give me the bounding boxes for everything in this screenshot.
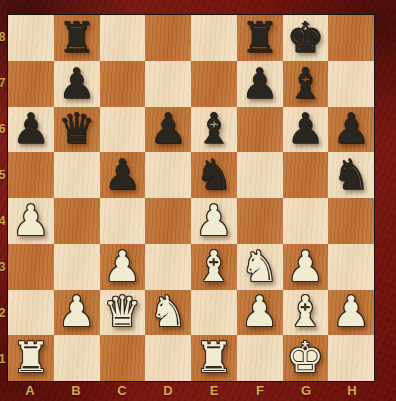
- square-h6[interactable]: ♟: [328, 107, 374, 153]
- file-labels: A B C D E F G H: [7, 382, 375, 400]
- rank-label-7: 7: [0, 60, 7, 106]
- black-pawn[interactable]: ♟: [12, 108, 50, 150]
- square-e7[interactable]: [191, 61, 237, 107]
- black-knight[interactable]: ♞: [195, 154, 233, 196]
- square-h8[interactable]: [328, 15, 374, 61]
- square-a5[interactable]: [8, 152, 54, 198]
- square-c1[interactable]: [100, 335, 146, 381]
- black-bishop[interactable]: ♝: [287, 63, 325, 105]
- rank-label-1: 1: [0, 336, 7, 382]
- square-d1[interactable]: [145, 335, 191, 381]
- square-e1[interactable]: ♜: [191, 335, 237, 381]
- black-queen[interactable]: ♛: [58, 108, 96, 150]
- square-d4[interactable]: [145, 198, 191, 244]
- white-bishop[interactable]: ♝: [287, 291, 325, 333]
- square-a2[interactable]: [8, 290, 54, 336]
- black-rook[interactable]: ♜: [58, 17, 96, 59]
- square-g8[interactable]: ♚: [283, 15, 329, 61]
- chess-board: ♜♜♚♟♟♝♟♛♟♝♟♟♟♞♞♟♟♟♝♞♟♟♛♞♟♝♟♜♜♚: [7, 14, 375, 382]
- file-label-a: A: [7, 382, 53, 400]
- square-c6[interactable]: [100, 107, 146, 153]
- square-c5[interactable]: ♟: [100, 152, 146, 198]
- black-pawn[interactable]: ♟: [58, 63, 96, 105]
- square-f7[interactable]: ♟: [237, 61, 283, 107]
- square-e3[interactable]: ♝: [191, 244, 237, 290]
- square-g4[interactable]: [283, 198, 329, 244]
- square-e8[interactable]: [191, 15, 237, 61]
- square-a4[interactable]: ♟: [8, 198, 54, 244]
- square-f4[interactable]: [237, 198, 283, 244]
- square-b5[interactable]: [54, 152, 100, 198]
- black-knight[interactable]: ♞: [332, 154, 370, 196]
- rank-label-4: 4: [0, 198, 7, 244]
- file-label-h: H: [329, 382, 375, 400]
- white-knight[interactable]: ♞: [149, 291, 187, 333]
- square-d6[interactable]: ♟: [145, 107, 191, 153]
- square-c3[interactable]: ♟: [100, 244, 146, 290]
- white-knight[interactable]: ♞: [241, 246, 279, 288]
- white-king[interactable]: ♚: [287, 337, 325, 379]
- square-g2[interactable]: ♝: [283, 290, 329, 336]
- square-e2[interactable]: [191, 290, 237, 336]
- square-g6[interactable]: ♟: [283, 107, 329, 153]
- square-f1[interactable]: [237, 335, 283, 381]
- square-c8[interactable]: [100, 15, 146, 61]
- white-pawn[interactable]: ♟: [195, 200, 233, 242]
- rank-label-3: 3: [0, 244, 7, 290]
- white-bishop[interactable]: ♝: [195, 246, 233, 288]
- black-king[interactable]: ♚: [287, 17, 325, 59]
- file-label-d: D: [145, 382, 191, 400]
- square-g1[interactable]: ♚: [283, 335, 329, 381]
- square-d7[interactable]: [145, 61, 191, 107]
- square-e4[interactable]: ♟: [191, 198, 237, 244]
- file-label-c: C: [99, 382, 145, 400]
- square-h5[interactable]: ♞: [328, 152, 374, 198]
- rank-label-2: 2: [0, 290, 7, 336]
- black-bishop[interactable]: ♝: [195, 108, 233, 150]
- square-f5[interactable]: [237, 152, 283, 198]
- square-d8[interactable]: [145, 15, 191, 61]
- file-label-e: E: [191, 382, 237, 400]
- square-a7[interactable]: [8, 61, 54, 107]
- square-g5[interactable]: [283, 152, 329, 198]
- white-rook[interactable]: ♜: [12, 337, 50, 379]
- square-d3[interactable]: [145, 244, 191, 290]
- black-pawn[interactable]: ♟: [104, 154, 142, 196]
- square-e6[interactable]: ♝: [191, 107, 237, 153]
- square-h3[interactable]: [328, 244, 374, 290]
- rank-label-8: 8: [0, 14, 7, 60]
- square-d5[interactable]: [145, 152, 191, 198]
- square-h7[interactable]: [328, 61, 374, 107]
- square-b1[interactable]: [54, 335, 100, 381]
- white-pawn[interactable]: ♟: [241, 291, 279, 333]
- square-g3[interactable]: ♟: [283, 244, 329, 290]
- square-e5[interactable]: ♞: [191, 152, 237, 198]
- square-c7[interactable]: [100, 61, 146, 107]
- file-label-b: B: [53, 382, 99, 400]
- square-a1[interactable]: ♜: [8, 335, 54, 381]
- rank-label-6: 6: [0, 106, 7, 152]
- square-h4[interactable]: [328, 198, 374, 244]
- square-f2[interactable]: ♟: [237, 290, 283, 336]
- square-g7[interactable]: ♝: [283, 61, 329, 107]
- square-b4[interactable]: [54, 198, 100, 244]
- square-b2[interactable]: ♟: [54, 290, 100, 336]
- square-b8[interactable]: ♜: [54, 15, 100, 61]
- chess-app-window: ♜♜♚♟♟♝♟♛♟♝♟♟♟♞♞♟♟♟♝♞♟♟♛♞♟♝♟♜♜♚ 8 7 6 5 4…: [0, 0, 396, 401]
- rank-label-5: 5: [0, 152, 7, 198]
- white-pawn[interactable]: ♟: [332, 291, 370, 333]
- square-d2[interactable]: ♞: [145, 290, 191, 336]
- square-c2[interactable]: ♛: [100, 290, 146, 336]
- white-pawn[interactable]: ♟: [104, 246, 142, 288]
- white-rook[interactable]: ♜: [195, 337, 233, 379]
- white-pawn[interactable]: ♟: [12, 200, 50, 242]
- black-pawn[interactable]: ♟: [287, 108, 325, 150]
- square-h2[interactable]: ♟: [328, 290, 374, 336]
- square-b3[interactable]: [54, 244, 100, 290]
- square-f6[interactable]: [237, 107, 283, 153]
- square-h1[interactable]: [328, 335, 374, 381]
- black-rook[interactable]: ♜: [241, 17, 279, 59]
- square-a6[interactable]: ♟: [8, 107, 54, 153]
- square-f3[interactable]: ♞: [237, 244, 283, 290]
- black-pawn[interactable]: ♟: [241, 63, 279, 105]
- square-b6[interactable]: ♛: [54, 107, 100, 153]
- rank-labels: 8 7 6 5 4 3 2 1: [0, 14, 7, 382]
- white-queen[interactable]: ♛: [104, 291, 142, 333]
- square-a3[interactable]: [8, 244, 54, 290]
- square-c4[interactable]: [100, 198, 146, 244]
- black-pawn[interactable]: ♟: [149, 108, 187, 150]
- white-pawn[interactable]: ♟: [58, 291, 96, 333]
- file-label-f: F: [237, 382, 283, 400]
- file-label-g: G: [283, 382, 329, 400]
- square-a8[interactable]: [8, 15, 54, 61]
- white-pawn[interactable]: ♟: [287, 246, 325, 288]
- square-b7[interactable]: ♟: [54, 61, 100, 107]
- black-pawn[interactable]: ♟: [332, 108, 370, 150]
- square-f8[interactable]: ♜: [237, 15, 283, 61]
